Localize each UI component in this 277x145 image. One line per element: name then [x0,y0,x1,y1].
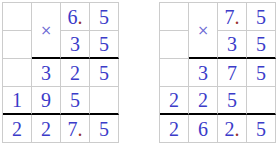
digit-cell: 5 [247,3,276,31]
multiply-operator-icon: × [189,3,218,59]
worksheet-canvas: ×6.535325195227.5 ×7.535375225262.5 [0,0,277,145]
decimal-point: . [78,119,83,139]
digit-cell: 2 [189,87,218,115]
empty-cell [160,59,189,87]
digit-cell: 5 [90,115,119,143]
digit-cell: 6 [189,115,218,143]
digit-cell: 7. [218,3,247,31]
digit-cell: 2. [218,115,247,143]
digit-cell: 5 [90,3,119,31]
decimal-point: . [78,7,83,27]
multiplication-grid-right: ×7.535375225262.5 [159,2,276,143]
decimal-point: . [235,7,240,27]
digit-cell: 2 [160,87,189,115]
digit-cell: 3 [189,59,218,87]
digit: 2 [225,119,235,139]
multiplication-grid-left: ×6.535325195227.5 [2,2,119,143]
digit-cell: 7. [61,115,90,143]
digit-cell: 2 [3,115,32,143]
empty-cell [3,59,32,87]
digit: 6 [68,7,78,27]
digit-cell: 6. [61,3,90,31]
digit-cell: 5 [90,59,119,87]
digit-cell: 5 [90,31,119,59]
digit-cell: 5 [61,87,90,115]
decimal-point: . [235,119,240,139]
empty-cell [160,31,189,59]
empty-cell [247,87,276,115]
empty-cell [160,3,189,31]
empty-cell [3,31,32,59]
multiply-operator-icon: × [32,3,61,59]
digit-cell: 3 [218,31,247,59]
digit-cell: 2 [160,115,189,143]
digit-cell: 5 [247,31,276,59]
digit-cell: 2 [32,115,61,143]
digit-cell: 5 [247,59,276,87]
digit-cell: 3 [61,31,90,59]
digit-cell: 7 [218,59,247,87]
digit-cell: 3 [32,59,61,87]
empty-cell [90,87,119,115]
empty-cell [3,3,32,31]
digit-cell: 5 [247,115,276,143]
digit: 7 [225,7,235,27]
digit-cell: 1 [3,87,32,115]
digit-cell: 5 [218,87,247,115]
digit-cell: 2 [61,59,90,87]
digit-cell: 9 [32,87,61,115]
digit: 7 [68,119,78,139]
